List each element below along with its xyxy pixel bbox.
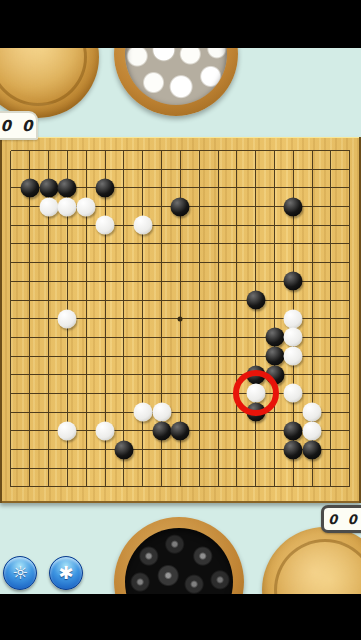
board-intersection[interactable] [209, 160, 228, 179]
board-intersection[interactable] [133, 141, 152, 160]
board-intersection[interactable] [96, 179, 115, 198]
board-intersection[interactable] [2, 253, 21, 272]
board-intersection[interactable] [284, 291, 303, 310]
board-intersection[interactable] [303, 235, 322, 254]
board-intersection[interactable] [340, 459, 359, 478]
board-intersection[interactable] [77, 235, 96, 254]
board-intersection[interactable] [39, 347, 58, 366]
board-intersection[interactable] [58, 197, 77, 216]
board-intersection[interactable] [303, 365, 322, 384]
board-intersection[interactable] [209, 179, 228, 198]
board-intersection[interactable] [190, 291, 209, 310]
board-intersection[interactable] [152, 197, 171, 216]
board-intersection[interactable] [114, 478, 133, 497]
board-intersection[interactable] [152, 384, 171, 403]
board-intersection[interactable] [39, 216, 58, 235]
board-intersection[interactable] [152, 309, 171, 328]
board-intersection[interactable] [77, 422, 96, 441]
board-intersection[interactable] [20, 141, 39, 160]
board-intersection[interactable] [265, 309, 284, 328]
board-intersection[interactable] [265, 291, 284, 310]
board-intersection[interactable] [303, 459, 322, 478]
board-intersection[interactable] [2, 197, 21, 216]
board-intersection[interactable] [39, 291, 58, 310]
board-intersection[interactable] [39, 478, 58, 497]
board-intersection[interactable] [20, 365, 39, 384]
board-intersection[interactable] [265, 216, 284, 235]
board-intersection[interactable] [2, 459, 21, 478]
board-intersection[interactable] [284, 347, 303, 366]
board-intersection[interactable] [209, 291, 228, 310]
board-intersection[interactable] [96, 328, 115, 347]
board-intersection[interactable] [190, 309, 209, 328]
board-intersection[interactable] [322, 440, 341, 459]
board-intersection[interactable] [20, 403, 39, 422]
board-intersection[interactable] [322, 365, 341, 384]
board-intersection[interactable] [152, 216, 171, 235]
board-intersection[interactable] [96, 365, 115, 384]
board-intersection[interactable] [77, 141, 96, 160]
board-intersection[interactable] [340, 384, 359, 403]
board-intersection[interactable] [209, 478, 228, 497]
board-intersection[interactable] [39, 179, 58, 198]
board-intersection[interactable] [96, 478, 115, 497]
board-intersection[interactable] [20, 253, 39, 272]
board-intersection[interactable] [39, 365, 58, 384]
board-intersection[interactable] [114, 328, 133, 347]
board-intersection[interactable] [133, 403, 152, 422]
board-intersection[interactable] [133, 197, 152, 216]
board-intersection[interactable] [209, 365, 228, 384]
board-intersection[interactable] [190, 235, 209, 254]
board-intersection[interactable] [303, 272, 322, 291]
board-intersection[interactable] [209, 235, 228, 254]
board-intersection[interactable] [303, 179, 322, 198]
board-intersection[interactable] [152, 365, 171, 384]
board-intersection[interactable] [20, 272, 39, 291]
board-intersection[interactable] [284, 365, 303, 384]
board-intersection[interactable] [171, 347, 190, 366]
board-intersection[interactable] [246, 216, 265, 235]
board-intersection[interactable] [2, 216, 21, 235]
board-intersection[interactable] [227, 365, 246, 384]
board-intersection[interactable] [2, 272, 21, 291]
board-intersection[interactable] [227, 216, 246, 235]
board-intersection[interactable] [20, 347, 39, 366]
board-intersection[interactable] [265, 384, 284, 403]
board-intersection[interactable] [171, 309, 190, 328]
board-intersection[interactable] [190, 197, 209, 216]
board-intersection[interactable] [322, 309, 341, 328]
board-intersection[interactable] [58, 365, 77, 384]
board-intersection[interactable] [340, 309, 359, 328]
board-intersection[interactable] [303, 422, 322, 441]
board-intersection[interactable] [96, 347, 115, 366]
board-intersection[interactable] [303, 347, 322, 366]
board-intersection[interactable] [303, 440, 322, 459]
board-intersection[interactable] [152, 403, 171, 422]
board-intersection[interactable] [58, 403, 77, 422]
board-intersection[interactable] [58, 160, 77, 179]
board-intersection[interactable] [77, 216, 96, 235]
board-intersection[interactable] [340, 422, 359, 441]
board-intersection[interactable] [284, 440, 303, 459]
board-intersection[interactable] [340, 235, 359, 254]
board-intersection[interactable] [322, 291, 341, 310]
board-intersection[interactable] [265, 478, 284, 497]
board-intersection[interactable] [246, 235, 265, 254]
board-intersection[interactable] [39, 422, 58, 441]
board-intersection[interactable] [246, 347, 265, 366]
board-intersection[interactable] [340, 328, 359, 347]
board-intersection[interactable] [133, 328, 152, 347]
board-intersection[interactable] [114, 179, 133, 198]
board-intersection[interactable] [340, 160, 359, 179]
board-intersection[interactable] [152, 328, 171, 347]
board-intersection[interactable] [20, 179, 39, 198]
board-intersection[interactable] [284, 141, 303, 160]
board-intersection[interactable] [171, 235, 190, 254]
board-intersection[interactable] [265, 440, 284, 459]
board-intersection[interactable] [265, 328, 284, 347]
board-intersection[interactable] [227, 347, 246, 366]
board-intersection[interactable] [152, 160, 171, 179]
board-intersection[interactable] [39, 235, 58, 254]
board-intersection[interactable] [209, 384, 228, 403]
board-intersection[interactable] [209, 197, 228, 216]
board-intersection[interactable] [322, 235, 341, 254]
board-intersection[interactable] [20, 440, 39, 459]
board-intersection[interactable] [227, 253, 246, 272]
board-intersection[interactable] [246, 160, 265, 179]
board-intersection[interactable] [246, 309, 265, 328]
board-intersection[interactable] [20, 459, 39, 478]
board-intersection[interactable] [77, 365, 96, 384]
board-intersection[interactable] [77, 160, 96, 179]
board-intersection[interactable] [58, 478, 77, 497]
board-intersection[interactable] [58, 422, 77, 441]
board-intersection[interactable] [96, 309, 115, 328]
board-intersection[interactable] [227, 328, 246, 347]
board-intersection[interactable] [133, 179, 152, 198]
board-intersection[interactable] [190, 478, 209, 497]
board-intersection[interactable] [39, 384, 58, 403]
board-intersection[interactable] [265, 422, 284, 441]
board-intersection[interactable] [96, 291, 115, 310]
board-intersection[interactable] [171, 459, 190, 478]
board-intersection[interactable] [77, 328, 96, 347]
board-intersection[interactable] [39, 328, 58, 347]
board-intersection[interactable] [114, 197, 133, 216]
board-intersection[interactable] [303, 253, 322, 272]
board-intersection[interactable] [77, 309, 96, 328]
board-intersection[interactable] [114, 365, 133, 384]
board-intersection[interactable] [20, 160, 39, 179]
board-intersection[interactable] [284, 459, 303, 478]
board-intersection[interactable] [2, 179, 21, 198]
board-intersection[interactable] [340, 197, 359, 216]
board-intersection[interactable] [77, 440, 96, 459]
board-intersection[interactable] [265, 141, 284, 160]
board-intersection[interactable] [58, 440, 77, 459]
board-intersection[interactable] [190, 216, 209, 235]
board-intersection[interactable] [246, 253, 265, 272]
board-intersection[interactable] [303, 384, 322, 403]
board-intersection[interactable] [77, 478, 96, 497]
board-intersection[interactable] [39, 141, 58, 160]
board-intersection[interactable] [20, 384, 39, 403]
board-intersection[interactable] [2, 422, 21, 441]
board-intersection[interactable] [133, 309, 152, 328]
board-intersection[interactable] [340, 403, 359, 422]
board-intersection[interactable] [133, 235, 152, 254]
board-intersection[interactable] [209, 253, 228, 272]
board-intersection[interactable] [190, 403, 209, 422]
board-intersection[interactable] [322, 422, 341, 441]
board-intersection[interactable] [2, 478, 21, 497]
board-intersection[interactable] [227, 291, 246, 310]
board-intersection[interactable] [284, 253, 303, 272]
board-intersection[interactable] [96, 235, 115, 254]
board-intersection[interactable] [152, 291, 171, 310]
board-intersection[interactable] [284, 160, 303, 179]
board-intersection[interactable] [133, 253, 152, 272]
board-intersection[interactable] [322, 272, 341, 291]
board-intersection[interactable] [265, 197, 284, 216]
board-intersection[interactable] [246, 459, 265, 478]
board-intersection[interactable] [20, 235, 39, 254]
board-intersection[interactable] [246, 141, 265, 160]
board-intersection[interactable] [171, 328, 190, 347]
board-intersection[interactable] [265, 459, 284, 478]
board-intersection[interactable] [246, 384, 265, 403]
board-intersection[interactable] [20, 197, 39, 216]
board-intersection[interactable] [209, 440, 228, 459]
board-intersection[interactable] [227, 478, 246, 497]
board-intersection[interactable] [322, 216, 341, 235]
board-intersection[interactable] [303, 328, 322, 347]
board-intersection[interactable] [171, 440, 190, 459]
board-intersection[interactable] [39, 403, 58, 422]
board-intersection[interactable] [284, 328, 303, 347]
board-intersection[interactable] [152, 422, 171, 441]
board-intersection[interactable] [152, 347, 171, 366]
board-intersection[interactable] [2, 440, 21, 459]
board-intersection[interactable] [303, 403, 322, 422]
board-intersection[interactable] [114, 403, 133, 422]
board-intersection[interactable] [209, 141, 228, 160]
board-intersection[interactable] [209, 272, 228, 291]
board-intersection[interactable] [96, 272, 115, 291]
board-intersection[interactable] [20, 291, 39, 310]
board-intersection[interactable] [152, 141, 171, 160]
board-intersection[interactable] [322, 403, 341, 422]
board-intersection[interactable] [190, 272, 209, 291]
board-intersection[interactable] [209, 403, 228, 422]
board-intersection[interactable] [20, 422, 39, 441]
board-intersection[interactable] [58, 179, 77, 198]
settings-button[interactable]: ☼ [3, 556, 37, 590]
board-intersection[interactable] [227, 403, 246, 422]
board-intersection[interactable] [265, 272, 284, 291]
board-intersection[interactable] [2, 291, 21, 310]
board-intersection[interactable] [20, 216, 39, 235]
board-intersection[interactable] [190, 347, 209, 366]
board-intersection[interactable] [303, 291, 322, 310]
board-intersection[interactable] [246, 440, 265, 459]
board-intersection[interactable] [77, 384, 96, 403]
board-intersection[interactable] [20, 478, 39, 497]
board-intersection[interactable] [171, 197, 190, 216]
board-intersection[interactable] [2, 309, 21, 328]
board-intersection[interactable] [227, 459, 246, 478]
board-intersection[interactable] [58, 272, 77, 291]
board-intersection[interactable] [190, 365, 209, 384]
board-intersection[interactable] [171, 160, 190, 179]
board-intersection[interactable] [209, 328, 228, 347]
board-intersection[interactable] [171, 403, 190, 422]
board-intersection[interactable] [209, 216, 228, 235]
board-intersection[interactable] [340, 141, 359, 160]
board-intersection[interactable] [114, 440, 133, 459]
board-intersection[interactable] [114, 384, 133, 403]
board-intersection[interactable] [227, 197, 246, 216]
board-intersection[interactable] [227, 160, 246, 179]
board-intersection[interactable] [96, 384, 115, 403]
board-intersection[interactable] [171, 253, 190, 272]
board-intersection[interactable] [171, 478, 190, 497]
board-intersection[interactable] [2, 384, 21, 403]
board-intersection[interactable] [2, 403, 21, 422]
board-intersection[interactable] [303, 197, 322, 216]
board-intersection[interactable] [284, 179, 303, 198]
board-intersection[interactable] [114, 347, 133, 366]
board-intersection[interactable] [246, 403, 265, 422]
board-intersection[interactable] [265, 235, 284, 254]
board-intersection[interactable] [246, 197, 265, 216]
board-intersection[interactable] [227, 179, 246, 198]
board-intersection[interactable] [152, 253, 171, 272]
board-intersection[interactable] [58, 347, 77, 366]
board-intersection[interactable] [39, 309, 58, 328]
board-intersection[interactable] [39, 197, 58, 216]
board-intersection[interactable] [77, 253, 96, 272]
board-intersection[interactable] [284, 478, 303, 497]
board-intersection[interactable] [322, 141, 341, 160]
board-intersection[interactable] [96, 253, 115, 272]
board-intersection[interactable] [190, 440, 209, 459]
board-intersection[interactable] [96, 422, 115, 441]
board-intersection[interactable] [2, 347, 21, 366]
board-intersection[interactable] [171, 384, 190, 403]
board-intersection[interactable] [2, 328, 21, 347]
board-intersection[interactable] [265, 403, 284, 422]
board-intersection[interactable] [152, 478, 171, 497]
board-intersection[interactable] [171, 216, 190, 235]
board-intersection[interactable] [246, 272, 265, 291]
board-intersection[interactable] [265, 160, 284, 179]
board-intersection[interactable] [58, 253, 77, 272]
board-intersection[interactable] [322, 347, 341, 366]
board-intersection[interactable] [77, 179, 96, 198]
board-intersection[interactable] [77, 459, 96, 478]
board-intersection[interactable] [2, 365, 21, 384]
board-intersection[interactable] [190, 328, 209, 347]
board-intersection[interactable] [39, 253, 58, 272]
board-intersection[interactable] [58, 291, 77, 310]
board-intersection[interactable] [171, 179, 190, 198]
board-intersection[interactable] [265, 253, 284, 272]
board-intersection[interactable] [152, 179, 171, 198]
board-intersection[interactable] [133, 216, 152, 235]
board-intersection[interactable] [340, 365, 359, 384]
board-intersection[interactable] [171, 272, 190, 291]
board-intersection[interactable] [133, 422, 152, 441]
board-intersection[interactable] [284, 216, 303, 235]
board-intersection[interactable] [77, 347, 96, 366]
board-intersection[interactable] [2, 160, 21, 179]
board-intersection[interactable] [58, 328, 77, 347]
board-intersection[interactable] [58, 216, 77, 235]
board-intersection[interactable] [114, 216, 133, 235]
board-intersection[interactable] [265, 179, 284, 198]
board-intersection[interactable] [340, 478, 359, 497]
board-intersection[interactable] [114, 235, 133, 254]
board-intersection[interactable] [190, 422, 209, 441]
board-intersection[interactable] [114, 272, 133, 291]
board-intersection[interactable] [284, 422, 303, 441]
board-intersection[interactable] [284, 235, 303, 254]
board-intersection[interactable] [114, 141, 133, 160]
board-intersection[interactable] [227, 272, 246, 291]
board-intersection[interactable] [133, 291, 152, 310]
board-intersection[interactable] [133, 459, 152, 478]
board-intersection[interactable] [284, 272, 303, 291]
board-intersection[interactable] [133, 347, 152, 366]
board-intersection[interactable] [152, 440, 171, 459]
board-intersection[interactable] [39, 440, 58, 459]
board-intersection[interactable] [96, 141, 115, 160]
board-intersection[interactable] [209, 309, 228, 328]
board-intersection[interactable] [190, 141, 209, 160]
board-intersection[interactable] [340, 216, 359, 235]
board-intersection[interactable] [209, 347, 228, 366]
board-intersection[interactable] [246, 478, 265, 497]
board-intersection[interactable] [77, 197, 96, 216]
board-intersection[interactable] [77, 291, 96, 310]
board-intersection[interactable] [114, 422, 133, 441]
board-intersection[interactable] [303, 160, 322, 179]
board-intersection[interactable] [171, 291, 190, 310]
board-intersection[interactable] [96, 440, 115, 459]
board-intersection[interactable] [133, 365, 152, 384]
board-intersection[interactable] [114, 291, 133, 310]
board-intersection[interactable] [58, 141, 77, 160]
board-intersection[interactable] [133, 160, 152, 179]
board-intersection[interactable] [322, 328, 341, 347]
board-intersection[interactable] [58, 384, 77, 403]
board-intersection[interactable] [340, 291, 359, 310]
board-intersection[interactable] [114, 459, 133, 478]
board-intersection[interactable] [58, 309, 77, 328]
board-intersection[interactable] [77, 403, 96, 422]
board-intersection[interactable] [246, 422, 265, 441]
board-intersection[interactable] [227, 309, 246, 328]
board-intersection[interactable] [284, 403, 303, 422]
board-intersection[interactable] [303, 309, 322, 328]
board-intersection[interactable] [265, 365, 284, 384]
board-intersection[interactable] [114, 309, 133, 328]
